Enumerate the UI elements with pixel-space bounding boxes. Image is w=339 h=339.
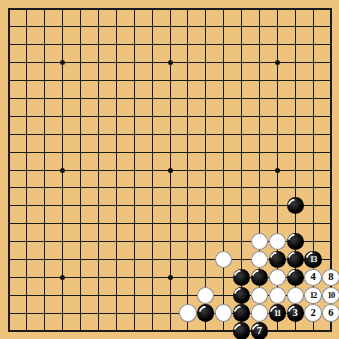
white-stone-move-6: 6: [322, 304, 339, 321]
white-stone: [215, 251, 232, 268]
stone-highlight: [232, 268, 249, 285]
black-stone-move-7: 7: [251, 322, 268, 339]
move-number: 10: [328, 291, 335, 300]
white-stone: [251, 287, 268, 304]
grid-line-horizontal: [8, 205, 332, 206]
move-number: 6: [328, 308, 333, 319]
black-stone: [287, 269, 304, 286]
white-stone-move-8: 8: [322, 269, 339, 286]
white-stone: [251, 233, 268, 250]
black-stone: [233, 287, 250, 304]
black-stone-move-11: 11: [269, 304, 286, 321]
star-point: [60, 60, 65, 65]
white-stone-move-4: 4: [304, 269, 321, 286]
star-point: [168, 168, 173, 173]
black-stone: [251, 269, 268, 286]
move-number: 11: [274, 309, 280, 318]
move-number: 8: [328, 272, 333, 283]
stone-highlight: [250, 268, 267, 285]
white-stone: [269, 233, 286, 250]
star-point: [60, 275, 65, 280]
stone-highlight: [232, 321, 249, 338]
move-number: 3: [293, 308, 298, 319]
black-stone: [233, 269, 250, 286]
stone-highlight: [232, 303, 249, 320]
move-number: 4: [310, 272, 315, 283]
white-stone: [251, 304, 268, 321]
stone-highlight: [196, 303, 213, 320]
black-stone: [287, 251, 304, 268]
grid-line-horizontal: [8, 330, 332, 332]
black-stone: [287, 233, 304, 250]
stone-highlight: [286, 232, 303, 249]
white-stone: [197, 287, 214, 304]
white-stone: [269, 287, 286, 304]
stone-highlight: [286, 196, 303, 213]
white-stone: [179, 304, 196, 321]
star-point: [168, 275, 173, 280]
stone-highlight: [232, 286, 249, 303]
star-point: [168, 60, 173, 65]
black-stone: [269, 251, 286, 268]
grid-line-vertical: [187, 8, 188, 332]
white-stone: [215, 304, 232, 321]
white-stone: [287, 287, 304, 304]
star-point: [275, 60, 280, 65]
white-stone: [269, 269, 286, 286]
move-number: 2: [310, 308, 315, 319]
black-stone: [233, 322, 250, 339]
white-stone: [251, 251, 268, 268]
black-stone: [197, 304, 214, 321]
black-stone-move-13: 13: [304, 251, 321, 268]
star-point: [60, 168, 65, 173]
grid-line-vertical: [205, 8, 206, 332]
move-number: 13: [310, 255, 317, 264]
black-stone: [287, 197, 304, 214]
star-point: [275, 168, 280, 173]
black-stone-move-3: 3: [287, 304, 304, 321]
white-stone-move-12: 12: [304, 287, 321, 304]
move-number: 7: [257, 326, 262, 337]
stone-highlight: [286, 250, 303, 267]
white-stone-move-10: 10: [322, 287, 339, 304]
grid-line-horizontal: [8, 223, 332, 224]
stone-highlight: [268, 250, 285, 267]
move-number: 12: [310, 291, 317, 300]
go-board[interactable]: 13481210113267: [0, 0, 339, 339]
grid-line-horizontal: [8, 187, 332, 188]
white-stone-move-2: 2: [304, 304, 321, 321]
black-stone: [233, 304, 250, 321]
stone-highlight: [286, 268, 303, 285]
grid-line-vertical: [223, 8, 224, 332]
